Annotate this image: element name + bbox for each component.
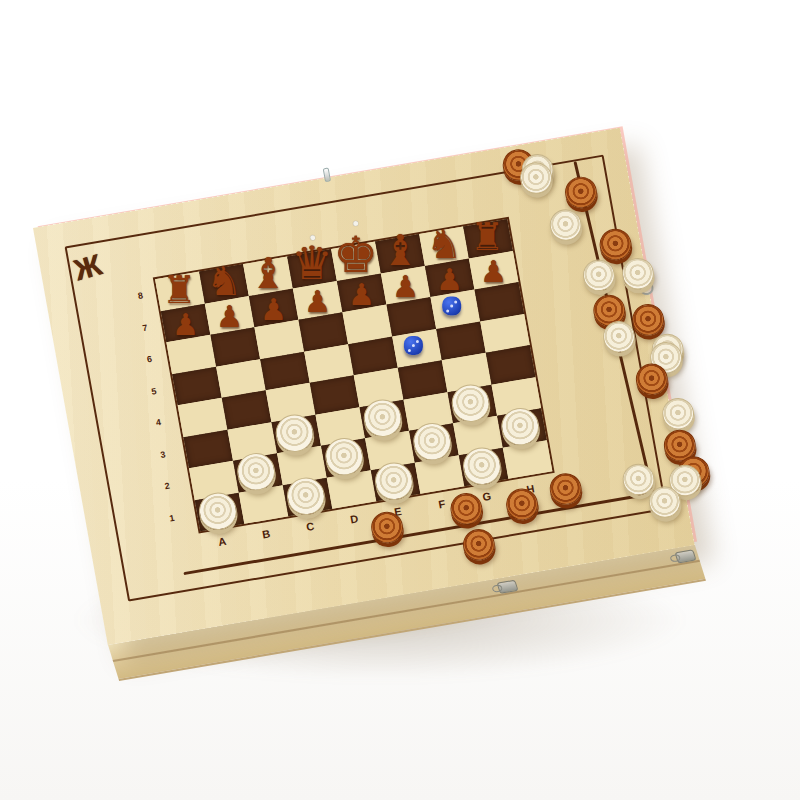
die-blue-f5[interactable]: [404, 336, 423, 355]
hinge-pin-icon: [323, 168, 331, 183]
die-blue-g6[interactable]: [442, 296, 461, 315]
tray-checker-white[interactable]: [660, 396, 697, 432]
square-d1[interactable]: [327, 470, 377, 509]
white-finial-tip: [354, 221, 359, 226]
photo-scene: Ж 87654321ABCDEFGH ♜♞♝♛♚♝♞♜♟♟♟♟♟♟♟♟: [0, 0, 800, 800]
square-f1[interactable]: [415, 455, 465, 494]
square-h1[interactable]: [503, 440, 553, 479]
white-finial-tip: [310, 236, 315, 241]
square-b1[interactable]: [239, 485, 289, 524]
